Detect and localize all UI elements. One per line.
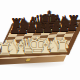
chess-set-photo: ♜♞♝♛♚♝♞♜♟♟♟♟♟♟♟♟♟♟♟♟♟♟♟♟♜♞♝♛♚♝♞♜	[0, 0, 80, 80]
square-h1	[57, 48, 67, 52]
board-grid	[0, 23, 79, 55]
board-frame	[0, 19, 80, 58]
brass-clasp-icon	[26, 58, 31, 61]
